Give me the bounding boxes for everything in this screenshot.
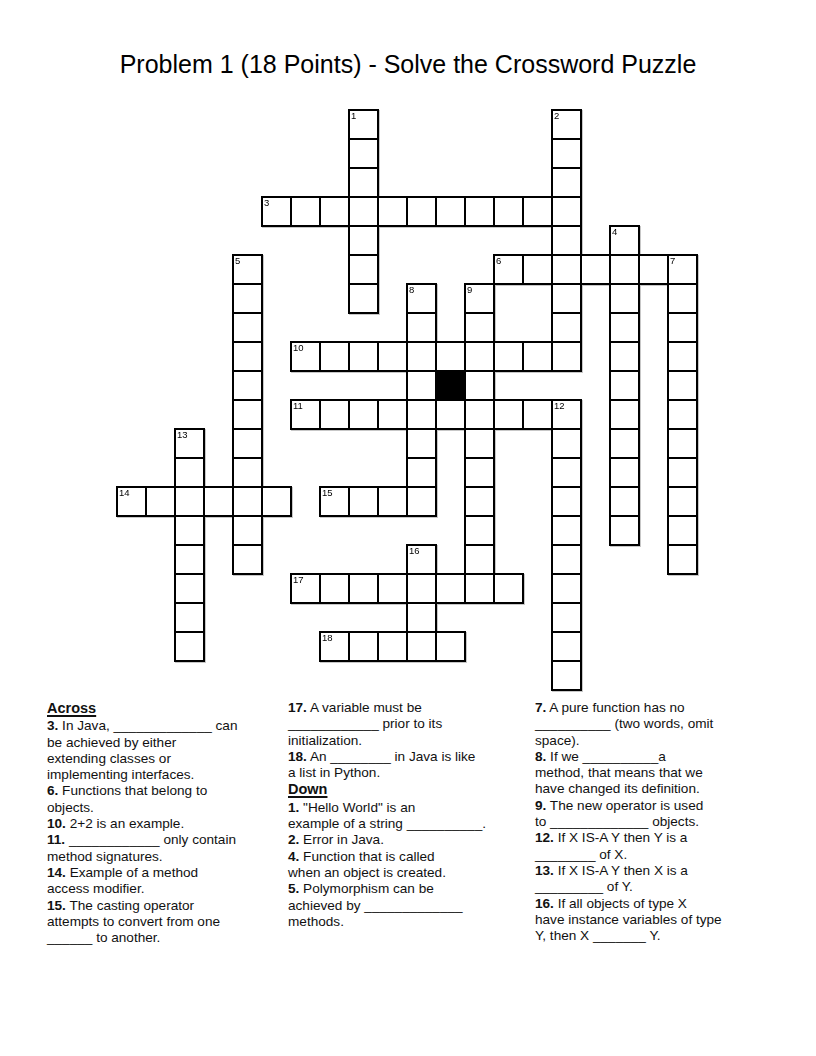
cell-r3-c9[interactable]: [377, 196, 408, 227]
cell-r14-c12[interactable]: [464, 515, 495, 546]
cell-r10-c10[interactable]: [406, 399, 437, 430]
cell-r10-c12[interactable]: [464, 399, 495, 430]
clue-4-down: 4. Function that is called when an objec…: [288, 849, 520, 882]
cell-r13-c10[interactable]: [406, 486, 437, 517]
cell-number-3: 3: [264, 198, 269, 208]
cell-r11-c10[interactable]: [406, 428, 437, 459]
clue-9-down: 9. The new operator is used to _________…: [535, 798, 777, 831]
clue-number: 2.: [288, 832, 299, 847]
cell-r3-c7[interactable]: [319, 196, 350, 227]
cell-r13-c9[interactable]: [377, 486, 408, 517]
cell-r9-c4[interactable]: [232, 370, 263, 401]
cell-r14-c2[interactable]: [174, 515, 205, 546]
clue-number: 6.: [47, 783, 58, 798]
cell-r13-c8[interactable]: [348, 486, 379, 517]
cell-r13-c1[interactable]: [145, 486, 176, 517]
cell-number-9: 9: [467, 285, 472, 295]
cell-r3-c13[interactable]: [493, 196, 524, 227]
cell-r5-c8[interactable]: [348, 254, 379, 285]
cell-number-6: 6: [496, 256, 501, 266]
cell-r16-c9[interactable]: [377, 573, 408, 604]
cell-r12-c10[interactable]: [406, 457, 437, 488]
cell-number-17: 17: [293, 575, 304, 585]
cell-r15-c12[interactable]: [464, 544, 495, 575]
cell-r9-c10[interactable]: [406, 370, 437, 401]
cell-number-12: 12: [554, 401, 565, 411]
clue-6-across: 6. Functions that belong to objects.: [47, 783, 271, 816]
clue-number: 3.: [47, 718, 58, 733]
cell-number-15: 15: [322, 488, 333, 498]
cell-r18-c15[interactable]: [551, 631, 582, 662]
cell-r11-c17[interactable]: [609, 428, 640, 459]
cell-r14-c17[interactable]: [609, 515, 640, 546]
clue-number: 4.: [288, 849, 299, 864]
cell-r7-c12[interactable]: [464, 312, 495, 343]
cell-r2-c15[interactable]: [551, 167, 582, 198]
cell-r5-c17[interactable]: [609, 254, 640, 285]
worksheet-page: Problem 1 (18 Points) - Solve the Crossw…: [0, 0, 816, 1056]
cell-r5-c18[interactable]: [638, 254, 669, 285]
cell-r15-c19[interactable]: [667, 544, 698, 575]
cell-r3-c6[interactable]: [290, 196, 321, 227]
cell-r1-c8[interactable]: [348, 138, 379, 169]
clue-column-2: 17. A variable must be ____________ prio…: [288, 700, 520, 930]
cell-r8-c7[interactable]: [319, 341, 350, 372]
cell-r8-c11[interactable]: [435, 341, 466, 372]
cell-r10-c19[interactable]: [667, 399, 698, 430]
cell-r4-c15[interactable]: [551, 225, 582, 256]
cell-number-14: 14: [119, 488, 130, 498]
across-header: Across: [47, 700, 271, 716]
cell-r18-c10[interactable]: [406, 631, 437, 662]
cell-r8-c9[interactable]: [377, 341, 408, 372]
cell-r14-c4[interactable]: [232, 515, 263, 546]
cell-r7-c15[interactable]: [551, 312, 582, 343]
clue-column-3: 7. A pure function has no __________ (tw…: [535, 700, 777, 944]
cell-r3-c14[interactable]: [522, 196, 553, 227]
cell-r16-c7[interactable]: [319, 573, 350, 604]
cell-r12-c4[interactable]: [232, 457, 263, 488]
clue-3-across: 3. In Java, _____________ can be achieve…: [47, 718, 271, 783]
clue-number: 17.: [288, 700, 307, 715]
cell-r13-c5[interactable]: [261, 486, 292, 517]
cell-r8-c4[interactable]: [232, 341, 263, 372]
cell-r16-c2[interactable]: [174, 573, 205, 604]
cell-r15-c4[interactable]: [232, 544, 263, 575]
clue-number: 13.: [535, 863, 554, 878]
down-header: Down: [288, 781, 520, 797]
clue-7-down: 7. A pure function has no __________ (tw…: [535, 700, 777, 749]
cell-r15-c15[interactable]: [551, 544, 582, 575]
cell-r9-c17[interactable]: [609, 370, 640, 401]
clue-number: 1.: [288, 800, 299, 815]
cell-r2-c8[interactable]: [348, 167, 379, 198]
cell-r8-c12[interactable]: [464, 341, 495, 372]
cell-r10-c9[interactable]: [377, 399, 408, 430]
cell-r16-c13[interactable]: [493, 573, 524, 604]
cell-number-16: 16: [409, 546, 420, 556]
cell-r6-c19[interactable]: [667, 283, 698, 314]
clue-8-down: 8. If we __________a method, that means …: [535, 749, 777, 798]
cell-number-4: 4: [612, 227, 617, 237]
cell-r12-c12[interactable]: [464, 457, 495, 488]
cell-r9-c12[interactable]: [464, 370, 495, 401]
cell-r3-c8[interactable]: [348, 196, 379, 227]
clue-number: 16.: [535, 896, 554, 911]
clue-number: 7.: [535, 700, 546, 715]
clue-13-down: 13. If X IS-A Y then X is a _________ of…: [535, 863, 777, 896]
cell-r6-c8[interactable]: [348, 283, 379, 314]
clue-number: 11.: [47, 832, 65, 847]
crossword-board: 123456789101112131415161718: [116, 109, 698, 691]
cell-r11-c15[interactable]: [551, 428, 582, 459]
cell-r8-c13[interactable]: [493, 341, 524, 372]
cell-r13-c4[interactable]: [232, 486, 263, 517]
clue-15-across: 15. The casting operator attempts to con…: [47, 898, 271, 947]
clue-11-across: 11. ____________ only contain method sig…: [47, 832, 271, 865]
black-cell: [435, 370, 466, 401]
clue-2-down: 2. Error in Java.: [288, 832, 520, 848]
cell-r13-c15[interactable]: [551, 486, 582, 517]
cell-r10-c8[interactable]: [348, 399, 379, 430]
cell-r13-c12[interactable]: [464, 486, 495, 517]
cell-r18-c8[interactable]: [348, 631, 379, 662]
cell-r8-c15[interactable]: [551, 341, 582, 372]
cell-r10-c17[interactable]: [609, 399, 640, 430]
clue-14-across: 14. Example of a method access modifier.: [47, 865, 271, 898]
cell-number-7: 7: [670, 256, 675, 266]
clue-number: 18.: [288, 749, 307, 764]
cell-r4-c8[interactable]: [348, 225, 379, 256]
cell-r12-c2[interactable]: [174, 457, 205, 488]
clue-column-1: Across3. In Java, _____________ can be a…: [47, 700, 271, 946]
cell-r13-c19[interactable]: [667, 486, 698, 517]
page-title: Problem 1 (18 Points) - Solve the Crossw…: [0, 50, 816, 79]
clue-16-down: 16. If all objects of type X have instan…: [535, 896, 777, 945]
cell-r10-c7[interactable]: [319, 399, 350, 430]
clue-12-down: 12. If X IS-A Y then Y is a ________ of …: [535, 830, 777, 863]
cell-number-5: 5: [235, 256, 240, 266]
cell-r8-c8[interactable]: [348, 341, 379, 372]
cell-number-8: 8: [409, 285, 414, 295]
cell-r11-c12[interactable]: [464, 428, 495, 459]
cell-r10-c14[interactable]: [522, 399, 553, 430]
clue-17-across: 17. A variable must be ____________ prio…: [288, 700, 520, 749]
cell-r3-c10[interactable]: [406, 196, 437, 227]
cell-r8-c14[interactable]: [522, 341, 553, 372]
cell-number-18: 18: [322, 633, 333, 643]
cell-r18-c9[interactable]: [377, 631, 408, 662]
clue-number: 10.: [47, 816, 66, 831]
cell-r7-c17[interactable]: [609, 312, 640, 343]
cell-r5-c16[interactable]: [580, 254, 611, 285]
cell-r13-c17[interactable]: [609, 486, 640, 517]
cell-r6-c17[interactable]: [609, 283, 640, 314]
cell-r9-c19[interactable]: [667, 370, 698, 401]
cell-r16-c10[interactable]: [406, 573, 437, 604]
cell-r11-c4[interactable]: [232, 428, 263, 459]
clue-number: 14.: [47, 865, 66, 880]
cell-r1-c15[interactable]: [551, 138, 582, 169]
cell-number-11: 11: [293, 401, 303, 411]
cell-r11-c19[interactable]: [667, 428, 698, 459]
cell-r3-c15[interactable]: [551, 196, 582, 227]
cell-r16-c12[interactable]: [464, 573, 495, 604]
clue-18-across: 18. An ________ in Java is like a list i…: [288, 749, 520, 782]
cell-r3-c12[interactable]: [464, 196, 495, 227]
cell-r12-c17[interactable]: [609, 457, 640, 488]
cell-r15-c2[interactable]: [174, 544, 205, 575]
cell-r7-c10[interactable]: [406, 312, 437, 343]
cell-r10-c11[interactable]: [435, 399, 466, 430]
cell-r7-c19[interactable]: [667, 312, 698, 343]
clue-number: 5.: [288, 881, 299, 896]
clue-number: 15.: [47, 898, 66, 913]
cell-r16-c15[interactable]: [551, 573, 582, 604]
cell-r13-c2[interactable]: [174, 486, 205, 517]
cell-r10-c4[interactable]: [232, 399, 263, 430]
cell-r10-c13[interactable]: [493, 399, 524, 430]
cell-r13-c3[interactable]: [203, 486, 234, 517]
cell-r8-c10[interactable]: [406, 341, 437, 372]
cell-r18-c2[interactable]: [174, 631, 205, 662]
cell-number-1: 1: [351, 111, 356, 121]
cell-r17-c2[interactable]: [174, 602, 205, 633]
cell-r8-c17[interactable]: [609, 341, 640, 372]
cell-r3-c11[interactable]: [435, 196, 466, 227]
cell-r16-c11[interactable]: [435, 573, 466, 604]
clue-1-down: 1. "Hello World" is an example of a stri…: [288, 800, 520, 833]
clue-number: 12.: [535, 830, 554, 845]
cell-r6-c15[interactable]: [551, 283, 582, 314]
cell-r12-c15[interactable]: [551, 457, 582, 488]
cell-r5-c14[interactable]: [522, 254, 553, 285]
cell-r16-c8[interactable]: [348, 573, 379, 604]
cell-number-13: 13: [177, 430, 188, 440]
cell-r17-c15[interactable]: [551, 602, 582, 633]
cell-r14-c15[interactable]: [551, 515, 582, 546]
cell-r17-c10[interactable]: [406, 602, 437, 633]
clue-10-across: 10. 2+2 is an example.: [47, 816, 271, 832]
clue-5-down: 5. Polymorphism can be achieved by _____…: [288, 881, 520, 930]
cell-r7-c4[interactable]: [232, 312, 263, 343]
cell-r6-c4[interactable]: [232, 283, 263, 314]
cell-r14-c19[interactable]: [667, 515, 698, 546]
cell-number-2: 2: [554, 111, 559, 121]
cell-number-10: 10: [293, 343, 304, 353]
cell-r19-c15[interactable]: [551, 660, 582, 691]
cell-r18-c11[interactable]: [435, 631, 466, 662]
clue-number: 8.: [535, 749, 546, 764]
cell-r8-c19[interactable]: [667, 341, 698, 372]
cell-r5-c15[interactable]: [551, 254, 582, 285]
cell-r12-c19[interactable]: [667, 457, 698, 488]
clue-number: 9.: [535, 798, 546, 813]
